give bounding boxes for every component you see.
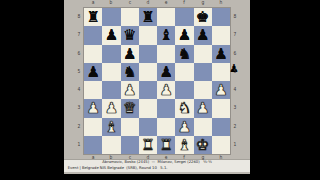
rank-label-left-6: 6 (76, 51, 82, 55)
square-b6 (102, 45, 120, 63)
square-e7: ♝ (157, 26, 175, 44)
square-b2: ♝ (102, 118, 120, 136)
black-pawn-icon: ♟ (159, 63, 172, 81)
file-label-top-c: c (127, 1, 133, 5)
rank-label-right-3: 3 (232, 106, 238, 110)
file-label-bottom-b: b (109, 156, 115, 160)
file-label-top-d: d (145, 1, 151, 5)
square-c1 (121, 136, 139, 154)
square-f1: ♝ (175, 136, 193, 154)
square-d4 (139, 81, 157, 99)
file-label-top-g: g (200, 1, 206, 5)
rank-label-right-6: 6 (232, 51, 238, 55)
square-h1 (212, 136, 230, 154)
black-rook-icon: ♜ (86, 8, 99, 26)
square-e6 (157, 45, 175, 63)
square-g6 (194, 45, 212, 63)
square-d3 (139, 99, 157, 117)
square-e8 (157, 8, 175, 26)
black-pawn-icon: ♟ (214, 45, 227, 63)
square-a5: ♟ (84, 63, 102, 81)
rank-label-left-4: 4 (76, 88, 82, 92)
square-e4: ♟ (157, 81, 175, 99)
black-pawn-icon: ♟ (178, 26, 191, 44)
white-pawn-icon: ♟ (123, 81, 136, 99)
black-knight-icon: ♞ (123, 63, 136, 81)
square-f4 (175, 81, 193, 99)
white-pawn-icon: ♟ (159, 81, 172, 99)
file-label-bottom-c: c (127, 156, 133, 160)
square-g5 (194, 63, 212, 81)
square-c3: ♛ (121, 99, 139, 117)
square-a3: ♟ (84, 99, 102, 117)
file-label-top-a: a (90, 1, 96, 5)
square-f8 (175, 8, 193, 26)
square-a7 (84, 26, 102, 44)
black-queen-icon: ♛ (123, 26, 136, 44)
file-label-bottom-f: f (182, 156, 188, 160)
square-h3 (212, 99, 230, 117)
white-bishop-icon: ♝ (105, 118, 118, 136)
square-h2 (212, 118, 230, 136)
file-label-bottom-a: a (90, 156, 96, 160)
file-label-bottom-h: h (218, 156, 224, 160)
rank-label-right-7: 7 (232, 33, 238, 37)
square-f2: ♟ (175, 118, 193, 136)
rank-label-left-7: 7 (76, 33, 82, 37)
square-g7: ♟ (194, 26, 212, 44)
rank-label-left-3: 3 (76, 106, 82, 110)
square-b4 (102, 81, 120, 99)
white-knight-icon: ♞ (178, 99, 191, 117)
file-label-bottom-g: g (200, 156, 206, 160)
rank-label-right-1: 1 (232, 143, 238, 147)
white-bishop-icon: ♝ (178, 136, 191, 154)
black-pawn-icon: ♟ (196, 26, 209, 44)
square-f6: ♞ (175, 45, 193, 63)
square-h6: ♟ (212, 45, 230, 63)
square-c6: ♟ (121, 45, 139, 63)
black-pawn-icon: ♟ (86, 63, 99, 81)
black-knight-icon: ♞ (178, 45, 191, 63)
square-d7 (139, 26, 157, 44)
square-d1: ♜ (139, 136, 157, 154)
square-g4 (194, 81, 212, 99)
square-c4: ♟ (121, 81, 139, 99)
white-rook-icon: ♜ (141, 136, 154, 154)
square-a8: ♜ (84, 8, 102, 26)
square-f5 (175, 63, 193, 81)
file-label-top-b: b (109, 1, 115, 5)
black-pawn-icon: ♟ (105, 26, 118, 44)
square-c8 (121, 8, 139, 26)
white-queen-icon: ♛ (123, 99, 136, 117)
square-c5: ♞ (121, 63, 139, 81)
video-frame: ♜♜♚♟♛♝♟♟♟♞♟♟♞♟♟♟♟♟♟♛♞♟♝♟♜♜♝♚ ♟ Abramovic… (0, 0, 320, 180)
game-info-panel: Abramovic, Bosko (2445) — Milanov, Serge… (64, 159, 250, 173)
white-pawn-icon: ♟ (178, 118, 191, 136)
black-bishop-icon: ♝ (159, 26, 172, 44)
square-e2 (157, 118, 175, 136)
rank-label-right-4: 4 (232, 88, 238, 92)
square-f7: ♟ (175, 26, 193, 44)
rank-label-left-8: 8 (76, 15, 82, 19)
file-label-top-h: h (218, 1, 224, 5)
square-g1: ♚ (194, 136, 212, 154)
square-b3: ♟ (102, 99, 120, 117)
file-label-top-e: e (163, 1, 169, 5)
square-d5 (139, 63, 157, 81)
rank-label-right-8: 8 (232, 15, 238, 19)
square-b1 (102, 136, 120, 154)
white-rook-icon: ♜ (159, 136, 172, 154)
square-g8: ♚ (194, 8, 212, 26)
rank-label-right-5: 5 (232, 70, 238, 74)
square-a1 (84, 136, 102, 154)
square-d6 (139, 45, 157, 63)
file-label-bottom-e: e (163, 156, 169, 160)
rank-label-left-5: 5 (76, 70, 82, 74)
square-e5: ♟ (157, 63, 175, 81)
square-e3 (157, 99, 175, 117)
square-h4: ♟ (212, 81, 230, 99)
white-pawn-icon: ♟ (105, 99, 118, 117)
square-a6 (84, 45, 102, 63)
square-d8: ♜ (139, 8, 157, 26)
square-g2 (194, 118, 212, 136)
chess-board: ♜♜♚♟♛♝♟♟♟♞♟♟♞♟♟♟♟♟♟♛♞♟♝♟♜♜♝♚ (84, 8, 230, 154)
white-pawn-icon: ♟ (86, 99, 99, 117)
white-pawn-icon: ♟ (214, 81, 227, 99)
square-c7: ♛ (121, 26, 139, 44)
square-h7 (212, 26, 230, 44)
square-g3: ♟ (194, 99, 212, 117)
file-label-top-f: f (182, 1, 188, 5)
white-king-icon: ♚ (196, 136, 209, 154)
rank-label-left-2: 2 (76, 124, 82, 128)
event-line: Event | Belgrade NIS Belgrade (SRB), Rou… (64, 166, 250, 170)
square-h8 (212, 8, 230, 26)
square-b8 (102, 8, 120, 26)
square-c2 (121, 118, 139, 136)
square-h5 (212, 63, 230, 81)
square-a2 (84, 118, 102, 136)
file-label-bottom-d: d (145, 156, 151, 160)
square-b5 (102, 63, 120, 81)
rank-label-left-1: 1 (76, 143, 82, 147)
diagram-area: ♜♜♚♟♛♝♟♟♟♞♟♟♞♟♟♟♟♟♟♛♞♟♝♟♜♜♝♚ ♟ Abramovic… (64, 0, 250, 174)
black-king-icon: ♚ (196, 8, 209, 26)
square-a4 (84, 81, 102, 99)
black-rook-icon: ♜ (141, 8, 154, 26)
black-pawn-icon: ♟ (123, 45, 136, 63)
white-pawn-icon: ♟ (196, 99, 209, 117)
square-f3: ♞ (175, 99, 193, 117)
rank-label-right-2: 2 (232, 124, 238, 128)
square-e1: ♜ (157, 136, 175, 154)
square-b7: ♟ (102, 26, 120, 44)
square-d2 (139, 118, 157, 136)
